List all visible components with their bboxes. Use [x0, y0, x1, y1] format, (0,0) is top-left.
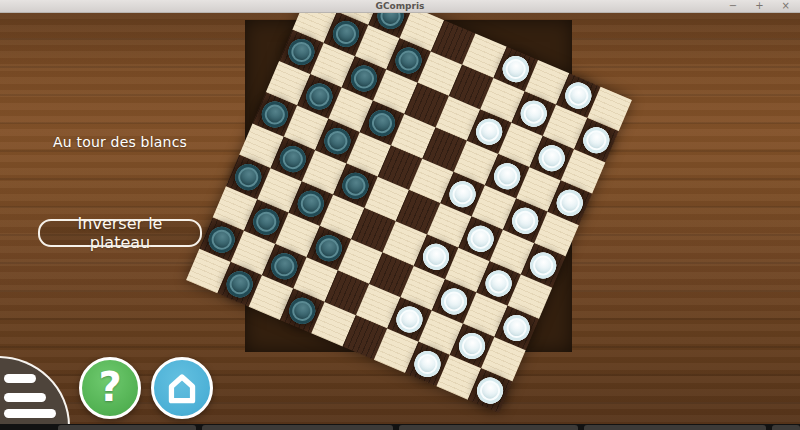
question-mark-icon: ?: [98, 367, 121, 407]
window-controls: − + ×: [729, 0, 790, 12]
black-piece[interactable]: [302, 80, 336, 114]
black-piece[interactable]: [231, 160, 265, 194]
home-button[interactable]: [151, 357, 213, 419]
white-piece[interactable]: [392, 302, 426, 336]
black-piece[interactable]: [365, 106, 399, 140]
black-piece[interactable]: [338, 169, 372, 203]
taskbar: [0, 424, 800, 430]
home-icon: [163, 369, 201, 407]
taskbar-item[interactable]: [584, 425, 766, 430]
black-piece[interactable]: [329, 17, 363, 51]
white-piece[interactable]: [553, 186, 587, 220]
flip-board-button[interactable]: Inverser le plateau: [38, 219, 202, 247]
black-piece[interactable]: [258, 98, 292, 132]
window-title: GCompris: [376, 0, 425, 12]
black-piece[interactable]: [320, 124, 354, 158]
white-piece[interactable]: [561, 79, 595, 113]
white-piece[interactable]: [482, 266, 516, 300]
white-piece[interactable]: [437, 284, 471, 318]
black-piece[interactable]: [267, 249, 301, 283]
black-piece[interactable]: [285, 294, 319, 328]
white-piece[interactable]: [579, 123, 613, 157]
game-area: Au tour des blancs Inverser le plateau ?: [0, 12, 800, 430]
white-piece[interactable]: [473, 374, 507, 408]
white-piece[interactable]: [446, 177, 480, 211]
black-piece[interactable]: [249, 205, 283, 239]
turn-status: Au tour des blancs: [20, 134, 220, 150]
white-piece[interactable]: [526, 248, 560, 282]
black-piece[interactable]: [284, 35, 318, 69]
titlebar: GCompris − + ×: [0, 0, 800, 13]
black-piece[interactable]: [205, 223, 239, 257]
black-piece[interactable]: [312, 231, 346, 265]
close-button[interactable]: ×: [782, 0, 790, 12]
black-piece[interactable]: [223, 267, 257, 301]
white-piece[interactable]: [517, 97, 551, 131]
taskbar-item[interactable]: [399, 425, 578, 430]
white-piece[interactable]: [508, 204, 542, 238]
menu-bars-icon: [4, 409, 56, 418]
help-button[interactable]: ?: [79, 357, 141, 419]
white-piece[interactable]: [535, 141, 569, 175]
white-piece[interactable]: [499, 52, 533, 86]
menu-bars-icon: [4, 374, 36, 383]
taskbar-item[interactable]: [772, 425, 800, 430]
white-piece[interactable]: [419, 240, 453, 274]
menu-bars-icon: [4, 393, 46, 402]
white-piece[interactable]: [455, 329, 489, 363]
white-piece[interactable]: [472, 115, 506, 149]
black-piece[interactable]: [294, 187, 328, 221]
taskbar-item[interactable]: [58, 425, 196, 430]
white-piece[interactable]: [464, 222, 498, 256]
activity-config-button[interactable]: [0, 358, 68, 426]
white-piece[interactable]: [500, 311, 534, 345]
white-piece[interactable]: [490, 159, 524, 193]
white-piece[interactable]: [410, 347, 444, 381]
black-piece[interactable]: [276, 142, 310, 176]
taskbar-item[interactable]: [202, 425, 393, 430]
black-piece[interactable]: [347, 61, 381, 95]
black-piece[interactable]: [392, 43, 426, 77]
minimize-button[interactable]: −: [729, 0, 737, 12]
maximize-button[interactable]: +: [755, 0, 763, 12]
